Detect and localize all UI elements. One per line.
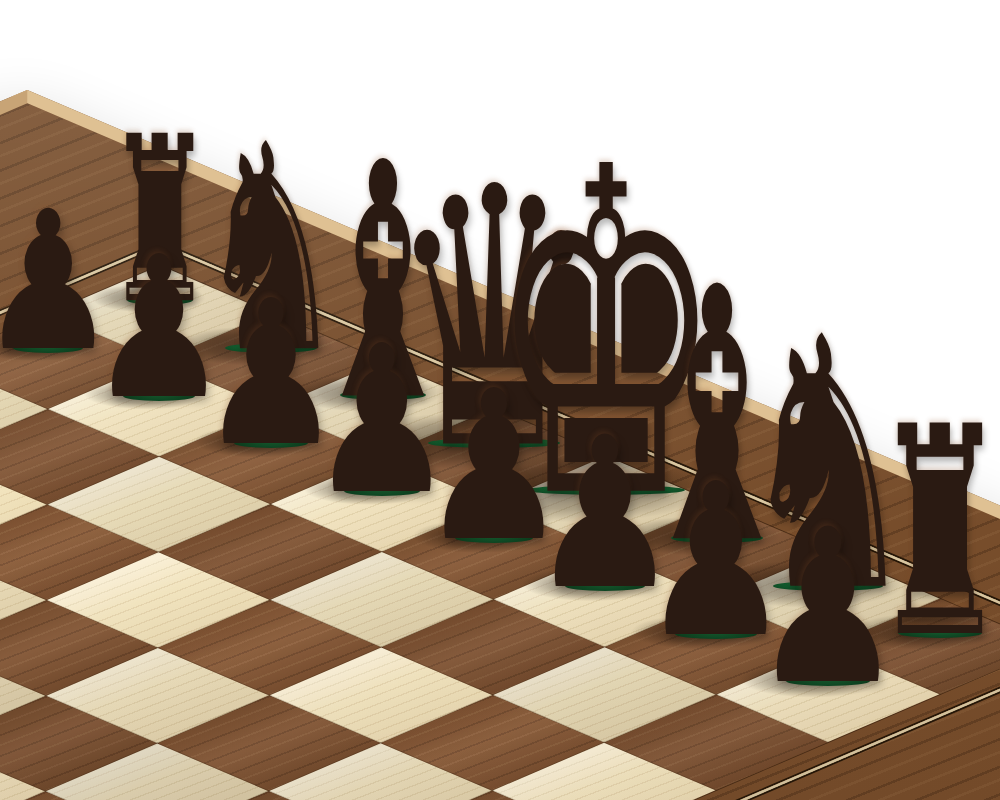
- product-photo-stage: ♜♞♝♛♚♝♞♜♟♟♟♟♟♟♟♟: [0, 0, 1000, 800]
- black-pawn-glyph: ♟: [751, 501, 904, 714]
